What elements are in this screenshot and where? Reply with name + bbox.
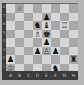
square-f6[interactable] [51, 21, 60, 30]
square-c8[interactable] [24, 4, 33, 13]
file-label-a: A [6, 71, 15, 80]
square-f4[interactable] [51, 38, 60, 47]
square-h2[interactable]: ♜ [69, 55, 78, 64]
rank-label-3: 3 [2, 46, 6, 55]
square-g2[interactable] [60, 55, 69, 64]
white-pawn-e3[interactable]: ♙ [43, 47, 51, 55]
rank-label-6: 6 [2, 20, 6, 29]
white-rook-g6[interactable]: ♖ [61, 21, 69, 29]
file-label-h: H [69, 71, 78, 80]
square-e2[interactable] [42, 55, 51, 64]
square-h7[interactable] [69, 13, 78, 22]
chess-diagram: 87654321 ♕♟♞♝♖♗♚♟♟♙♟♟♜♔♞ ABCDEFGH [0, 0, 84, 85]
square-g6[interactable]: ♖ [60, 21, 69, 30]
square-g3[interactable] [60, 47, 69, 56]
square-b2[interactable] [15, 55, 24, 64]
black-pawn-e4[interactable]: ♟ [43, 38, 51, 46]
square-b3[interactable] [15, 47, 24, 56]
square-a7[interactable] [6, 13, 15, 22]
square-h5[interactable] [69, 30, 78, 39]
white-bishop-d5[interactable]: ♗ [34, 30, 42, 38]
square-c6[interactable] [24, 21, 33, 30]
square-c4[interactable] [24, 38, 33, 47]
square-h3[interactable] [69, 47, 78, 56]
square-f5[interactable] [51, 30, 60, 39]
square-f7[interactable] [51, 13, 60, 22]
black-pawn-e7[interactable]: ♟ [43, 13, 51, 21]
file-label-c: C [24, 71, 33, 80]
square-c3[interactable] [24, 47, 33, 56]
square-f3[interactable]: ♟ [51, 47, 60, 56]
black-pawn-a2[interactable]: ♟ [7, 55, 15, 63]
black-bishop-e6[interactable]: ♝ [43, 21, 51, 29]
square-d3[interactable]: ♟ [33, 47, 42, 56]
square-d7[interactable] [33, 13, 42, 22]
square-g7[interactable] [60, 13, 69, 22]
rank-label-8: 8 [2, 3, 6, 12]
square-b6[interactable] [15, 21, 24, 30]
square-c5[interactable] [24, 30, 33, 39]
square-e8[interactable] [42, 4, 51, 13]
black-knight-d6[interactable]: ♞ [34, 21, 42, 29]
square-g8[interactable] [60, 4, 69, 13]
square-e3[interactable]: ♙ [42, 47, 51, 56]
square-c7[interactable] [24, 13, 33, 22]
square-a4[interactable] [6, 38, 15, 47]
file-label-g: G [60, 71, 69, 80]
square-e5[interactable]: ♚ [42, 30, 51, 39]
square-a3[interactable] [6, 47, 15, 56]
square-b5[interactable] [15, 30, 24, 39]
square-g4[interactable] [60, 38, 69, 47]
rank-label-5: 5 [2, 29, 6, 38]
square-h8[interactable] [69, 4, 78, 13]
square-a2[interactable]: ♟ [6, 55, 15, 64]
square-a8[interactable] [6, 4, 15, 13]
square-d6[interactable]: ♞ [33, 21, 42, 30]
square-d5[interactable]: ♗ [33, 30, 42, 39]
square-g5[interactable] [60, 30, 69, 39]
square-e7[interactable]: ♟ [42, 13, 51, 22]
square-f2[interactable] [51, 55, 60, 64]
square-h6[interactable] [69, 21, 78, 30]
black-king-e5[interactable]: ♚ [43, 30, 51, 38]
black-rook-h2[interactable]: ♜ [70, 55, 78, 63]
square-b4[interactable] [15, 38, 24, 47]
square-c2[interactable] [24, 55, 33, 64]
square-d8[interactable] [33, 4, 42, 13]
rank-label-2: 2 [2, 54, 6, 63]
file-label-f: F [51, 71, 60, 80]
black-pawn-f3[interactable]: ♟ [52, 47, 60, 55]
black-pawn-d3[interactable]: ♟ [34, 47, 42, 55]
black-knight-f1[interactable]: ♞ [52, 64, 60, 72]
rank-label-7: 7 [2, 12, 6, 21]
chess-board[interactable]: ♕♟♞♝♖♗♚♟♟♙♟♟♜♔♞ [6, 3, 78, 71]
rank-labels: 87654321 [2, 3, 6, 71]
board-assembly: 87654321 ♕♟♞♝♖♗♚♟♟♙♟♟♜♔♞ ABCDEFGH [2, 3, 78, 80]
square-a1[interactable]: ♔ [6, 64, 15, 73]
square-d4[interactable] [33, 38, 42, 47]
square-f1[interactable]: ♞ [51, 64, 60, 73]
square-e4[interactable]: ♟ [42, 38, 51, 47]
square-a6[interactable] [6, 21, 15, 30]
white-king-a1[interactable]: ♔ [7, 64, 15, 72]
file-label-e: E [42, 71, 51, 80]
square-h4[interactable] [69, 38, 78, 47]
square-a5[interactable] [6, 30, 15, 39]
rank-label-1: 1 [2, 63, 6, 72]
rank-label-4: 4 [2, 37, 6, 46]
file-labels: ABCDEFGH [6, 71, 78, 80]
file-label-b: B [15, 71, 24, 80]
square-f8[interactable] [51, 4, 60, 13]
file-label-d: D [33, 71, 42, 80]
square-d2[interactable] [33, 55, 42, 64]
square-b7[interactable] [15, 13, 24, 22]
square-e6[interactable]: ♝ [42, 21, 51, 30]
square-b8[interactable]: ♕ [15, 4, 24, 13]
white-queen-b8[interactable]: ♕ [16, 4, 24, 12]
